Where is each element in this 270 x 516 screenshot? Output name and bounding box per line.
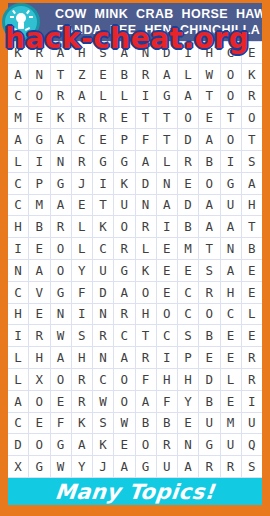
grid-cell[interactable]: G [51, 434, 71, 455]
grid-cell[interactable]: C [72, 129, 92, 150]
grid-cell[interactable]: E [114, 434, 134, 455]
grid-cell[interactable]: W [51, 456, 71, 477]
grid-cell[interactable]: K [93, 216, 113, 237]
grid-cell[interactable]: R [51, 86, 71, 107]
grid-cell[interactable]: C [178, 304, 198, 325]
grid-cell[interactable]: D [136, 173, 156, 194]
grid-cell[interactable]: O [221, 86, 241, 107]
grid-cell[interactable]: H [8, 304, 28, 325]
grid-cell[interactable]: E [93, 64, 113, 85]
word-list-header: COW MINK CRAB HORSE HAWK E PANDA BEE HEN… [8, 3, 262, 41]
grid-cell[interactable]: S [93, 42, 113, 63]
grid-cell[interactable]: R [199, 282, 219, 303]
grid-cell[interactable]: S [242, 151, 262, 172]
grid-cell[interactable]: G [199, 434, 219, 455]
grid-cell[interactable]: C [8, 86, 28, 107]
app-screenshot: COW MINK CRAB HORSE HAWK E PANDA BEE HEN… [0, 0, 270, 516]
grid-cell[interactable]: A [72, 434, 92, 455]
grid-cell[interactable]: I [178, 42, 198, 63]
grid-cell[interactable]: C [157, 325, 177, 346]
letter-grid[interactable]: KRAHSANDIHCEANTZEBRALWOKCORALLIGATORMEKR… [8, 41, 262, 478]
grid-cell[interactable]: R [221, 456, 241, 477]
grid-cell[interactable]: H [199, 42, 219, 63]
grid-cell[interactable]: G [93, 151, 113, 172]
grid-cell[interactable]: T [93, 195, 113, 216]
grid-cell[interactable]: U [157, 456, 177, 477]
grid-cell[interactable]: A [114, 347, 134, 368]
grid-cell[interactable]: A [51, 129, 71, 150]
grid-cell[interactable]: L [8, 347, 28, 368]
grid-cell[interactable]: O [114, 369, 134, 390]
grid-cell[interactable]: T [136, 107, 156, 128]
grid-cell[interactable]: N [178, 434, 198, 455]
grid-cell[interactable]: U [93, 260, 113, 281]
grid-cell[interactable]: I [29, 151, 49, 172]
grid-cell[interactable]: A [242, 173, 262, 194]
grid-cell[interactable]: C [93, 369, 113, 390]
grid-cell[interactable]: A [199, 216, 219, 237]
grid-cell[interactable]: O [178, 107, 198, 128]
grid-cell[interactable]: G [136, 456, 156, 477]
grid-cell[interactable]: R [178, 151, 198, 172]
grid-cell[interactable]: O [199, 304, 219, 325]
grid-cell[interactable]: I [72, 304, 92, 325]
grid-cell[interactable]: Y [72, 456, 92, 477]
grid-cell[interactable]: M [178, 238, 198, 259]
grid-cell[interactable]: A [51, 195, 71, 216]
grid-cell[interactable]: K [114, 173, 134, 194]
grid-cell[interactable]: D [157, 42, 177, 63]
grid-cell[interactable]: W [199, 64, 219, 85]
grid-cell[interactable]: A [157, 64, 177, 85]
grid-cell[interactable]: T [242, 216, 262, 237]
grid-cell[interactable]: E [199, 347, 219, 368]
grid-cell[interactable]: N [8, 260, 28, 281]
grid-cell[interactable]: K [72, 413, 92, 434]
grid-cell[interactable]: A [51, 42, 71, 63]
grid-cell[interactable]: T [51, 64, 71, 85]
grid-cell[interactable]: C [8, 413, 28, 434]
grid-cell[interactable]: H [136, 304, 156, 325]
grid-cell[interactable]: L [178, 64, 198, 85]
grid-cell[interactable]: E [51, 391, 71, 412]
grid-cell[interactable]: H [221, 282, 241, 303]
grid-cell[interactable]: B [29, 216, 49, 237]
grid-cell[interactable]: R [114, 304, 134, 325]
grid-cell[interactable]: A [178, 456, 198, 477]
grid-cell[interactable]: T [199, 86, 219, 107]
grid-cell[interactable]: K [51, 107, 71, 128]
grid-cell[interactable]: O [51, 369, 71, 390]
grid-cell[interactable]: R [93, 325, 113, 346]
grid-cell[interactable]: C [221, 304, 241, 325]
grid-cell[interactable]: E [93, 129, 113, 150]
grid-cell[interactable]: R [242, 86, 262, 107]
grid-cell[interactable]: A [136, 391, 156, 412]
grid-cell[interactable]: O [199, 173, 219, 194]
grid-cell[interactable]: N [51, 151, 71, 172]
grid-cell[interactable]: R [51, 216, 71, 237]
grid-cell[interactable]: L [8, 151, 28, 172]
grid-cell[interactable]: L [72, 238, 92, 259]
grid-cell[interactable]: A [114, 42, 134, 63]
grid-cell[interactable]: U [114, 195, 134, 216]
promo-banner-label: Many Topics! [54, 480, 216, 504]
grid-cell[interactable]: H [242, 195, 262, 216]
grid-cell[interactable]: C [8, 195, 28, 216]
grid-cell[interactable]: U [221, 195, 241, 216]
grid-cell[interactable]: L [93, 86, 113, 107]
grid-cell[interactable]: E [114, 107, 134, 128]
grid-cell[interactable]: R [136, 347, 156, 368]
app-logo-icon [2, 3, 40, 41]
grid-cell[interactable]: A [199, 195, 219, 216]
grid-cell[interactable]: K [242, 64, 262, 85]
grid-cell[interactable]: G [29, 456, 49, 477]
grid-cell[interactable]: I [157, 347, 177, 368]
grid-cell[interactable]: D [178, 195, 198, 216]
grid-cell[interactable]: B [114, 64, 134, 85]
grid-cell[interactable]: N [136, 195, 156, 216]
grid-cell[interactable]: C [8, 282, 28, 303]
grid-cell[interactable]: B [136, 413, 156, 434]
grid-cell[interactable]: H [8, 216, 28, 237]
grid-cell[interactable]: E [72, 195, 92, 216]
grid-cell[interactable]: E [157, 238, 177, 259]
grid-cell[interactable]: H [157, 369, 177, 390]
grid-cell[interactable]: G [157, 86, 177, 107]
grid-cell[interactable]: R [199, 456, 219, 477]
grid-cell[interactable]: L [221, 369, 241, 390]
grid-cell[interactable]: T [199, 238, 219, 259]
grid-cell[interactable]: E [221, 347, 241, 368]
word-list-line-2: PANDA BEE HEN CHINCHILLA [55, 22, 262, 38]
grid-cell[interactable]: O [51, 260, 71, 281]
grid-cell[interactable]: O [157, 304, 177, 325]
grid-cell[interactable]: H [29, 347, 49, 368]
grid-cell[interactable]: E [221, 325, 241, 346]
grid-cell[interactable]: T [136, 325, 156, 346]
grid-cell[interactable]: C [178, 282, 198, 303]
grid-cell[interactable]: O [114, 216, 134, 237]
grid-cell[interactable]: U [221, 434, 241, 455]
grid-cell[interactable]: N [136, 42, 156, 63]
grid-cell[interactable]: A [8, 64, 28, 85]
grid-cell[interactable]: G [51, 282, 71, 303]
grid-cell[interactable]: O [29, 86, 49, 107]
grid-cell[interactable]: M [8, 107, 28, 128]
grid-cell[interactable]: A [114, 456, 134, 477]
grid-cell[interactable]: N [93, 304, 113, 325]
grid-cell[interactable]: R [72, 369, 92, 390]
grid-cell[interactable]: T [242, 129, 262, 150]
grid-cell[interactable]: L [242, 304, 262, 325]
grid-cell[interactable]: W [51, 325, 71, 346]
grid-cell[interactable]: T [157, 107, 177, 128]
grid-cell[interactable]: Y [72, 260, 92, 281]
grid-cell[interactable]: O [136, 434, 156, 455]
grid-cell[interactable]: N [221, 238, 241, 259]
grid-cell[interactable]: L [8, 369, 28, 390]
grid-cell[interactable]: I [157, 216, 177, 237]
grid-cell[interactable]: U [242, 413, 262, 434]
grid-cell[interactable]: O [136, 282, 156, 303]
grid-cell[interactable]: E [29, 304, 49, 325]
grid-cell[interactable]: L [157, 151, 177, 172]
grid-cell[interactable]: S [242, 456, 262, 477]
grid-cell[interactable]: I [221, 151, 241, 172]
grid-cell[interactable]: W [93, 391, 113, 412]
grid-cell[interactable]: P [178, 347, 198, 368]
grid-cell[interactable]: B [199, 151, 219, 172]
grid-cell[interactable]: E [178, 413, 198, 434]
grid-cell[interactable]: I [93, 173, 113, 194]
grid-cell[interactable]: O [29, 391, 49, 412]
grid-cell[interactable]: I [136, 86, 156, 107]
grid-cell[interactable]: J [93, 456, 113, 477]
grid-cell[interactable]: Y [178, 391, 198, 412]
grid-cell[interactable]: L [72, 216, 92, 237]
grid-cell[interactable]: A [29, 260, 49, 281]
grid-cell[interactable]: T [221, 107, 241, 128]
grid-cell[interactable]: G [114, 151, 134, 172]
grid-cell[interactable]: F [51, 413, 71, 434]
grid-cell[interactable]: H [72, 42, 92, 63]
grid-cell[interactable]: V [29, 282, 49, 303]
grid-cell[interactable]: E [178, 173, 198, 194]
grid-cell[interactable]: M [29, 195, 49, 216]
grid-cell[interactable]: H [72, 347, 92, 368]
grid-cell[interactable]: Q [242, 434, 262, 455]
grid-cell[interactable]: L [114, 86, 134, 107]
grid-cell[interactable]: A [157, 195, 177, 216]
grid-cell[interactable]: N [157, 173, 177, 194]
grid-cell[interactable]: S [72, 325, 92, 346]
grid-cell[interactable]: F [72, 282, 92, 303]
grid-cell[interactable]: E [157, 260, 177, 281]
grid-cell[interactable]: R [136, 64, 156, 85]
grid-cell[interactable]: D [93, 282, 113, 303]
grid-cell[interactable]: X [29, 369, 49, 390]
grid-cell[interactable]: C [114, 325, 134, 346]
grid-cell[interactable]: E [242, 282, 262, 303]
grid-cell[interactable]: R [93, 107, 113, 128]
grid-cell[interactable]: E [29, 107, 49, 128]
grid-cell[interactable]: R [136, 216, 156, 237]
grid-cell[interactable]: T [157, 129, 177, 150]
grid-cell[interactable]: J [72, 173, 92, 194]
word-list-line-1: COW MINK CRAB HORSE HAWK E [55, 6, 262, 22]
grid-cell[interactable]: E [178, 260, 198, 281]
grid-cell[interactable]: E [242, 42, 262, 63]
grid-cell[interactable]: E [29, 413, 49, 434]
grid-cell[interactable]: E [29, 238, 49, 259]
grid-cell[interactable]: A [136, 151, 156, 172]
grid-cell[interactable]: M [221, 413, 241, 434]
grid-cell[interactable]: O [114, 391, 134, 412]
grid-cell[interactable]: N [51, 304, 71, 325]
grid-cell[interactable]: X [8, 456, 28, 477]
grid-cell[interactable]: O [242, 107, 262, 128]
grid-cell[interactable]: B [199, 391, 219, 412]
grid-cell[interactable]: L [136, 238, 156, 259]
grid-cell[interactable]: I [8, 238, 28, 259]
grid-cell[interactable]: O [51, 238, 71, 259]
grid-cell[interactable]: R [157, 434, 177, 455]
grid-cell[interactable]: E [199, 107, 219, 128]
grid-cell[interactable]: K [136, 260, 156, 281]
grid-cell[interactable]: B [199, 325, 219, 346]
grid-cell[interactable]: A [51, 347, 71, 368]
grid-cell[interactable]: R [72, 391, 92, 412]
grid-cell[interactable]: C [8, 173, 28, 194]
grid-cell[interactable]: R [242, 347, 262, 368]
grid-cell[interactable]: O [29, 434, 49, 455]
promo-banner: Many Topics! [8, 478, 262, 505]
grid-cell[interactable]: E [242, 325, 262, 346]
grid-cell[interactable]: R [114, 238, 134, 259]
grid-cell[interactable]: D [178, 129, 198, 150]
grid-cell[interactable]: S [199, 260, 219, 281]
grid-cell[interactable]: B [157, 413, 177, 434]
grid-cell[interactable]: G [51, 173, 71, 194]
grid-cell[interactable]: N [93, 347, 113, 368]
grid-cell[interactable]: P [29, 173, 49, 194]
grid-cell[interactable]: W [114, 413, 134, 434]
grid-cell[interactable]: S [178, 325, 198, 346]
grid-cell[interactable]: U [199, 413, 219, 434]
grid-cell[interactable]: K [8, 42, 28, 63]
grid-cell[interactable]: G [29, 129, 49, 150]
grid-cell[interactable]: Z [72, 64, 92, 85]
grid-cell[interactable]: R [29, 325, 49, 346]
grid-cell[interactable]: O [221, 129, 241, 150]
grid-cell[interactable]: S [93, 413, 113, 434]
grid-cell[interactable]: P [114, 129, 134, 150]
grid-cell[interactable]: C [93, 238, 113, 259]
grid-cell[interactable]: R [72, 107, 92, 128]
grid-cell[interactable]: D [8, 434, 28, 455]
grid-cell[interactable]: A [72, 86, 92, 107]
grid-cell[interactable]: F [157, 391, 177, 412]
grid-cell[interactable]: F [136, 129, 156, 150]
grid-cell[interactable]: G [221, 173, 241, 194]
grid-cell[interactable]: B [242, 238, 262, 259]
grid-cell[interactable]: G [114, 260, 134, 281]
grid-cell[interactable]: N [29, 64, 49, 85]
grid-cell[interactable]: A [221, 260, 241, 281]
grid-cell[interactable]: B [178, 216, 198, 237]
grid-cell[interactable]: A [8, 129, 28, 150]
grid-cell[interactable]: A [178, 86, 198, 107]
grid-cell[interactable]: R [72, 151, 92, 172]
grid-cell[interactable]: O [221, 64, 241, 85]
grid-cell[interactable]: A [221, 216, 241, 237]
grid-cell[interactable]: A [8, 391, 28, 412]
grid-cell[interactable]: K [93, 434, 113, 455]
grid-cell[interactable]: R [242, 369, 262, 390]
grid-cell[interactable]: A [199, 129, 219, 150]
grid-cell[interactable]: A [114, 282, 134, 303]
grid-cell[interactable]: I [8, 325, 28, 346]
grid-cell[interactable]: E [221, 391, 241, 412]
grid-cell[interactable]: R [29, 42, 49, 63]
grid-cell[interactable]: C [221, 42, 241, 63]
grid-cell[interactable]: E [242, 260, 262, 281]
grid-cell[interactable]: I [242, 391, 262, 412]
grid-cell[interactable]: F [136, 369, 156, 390]
grid-cell[interactable]: D [199, 369, 219, 390]
grid-cell[interactable]: H [178, 369, 198, 390]
grid-cell[interactable]: E [157, 282, 177, 303]
